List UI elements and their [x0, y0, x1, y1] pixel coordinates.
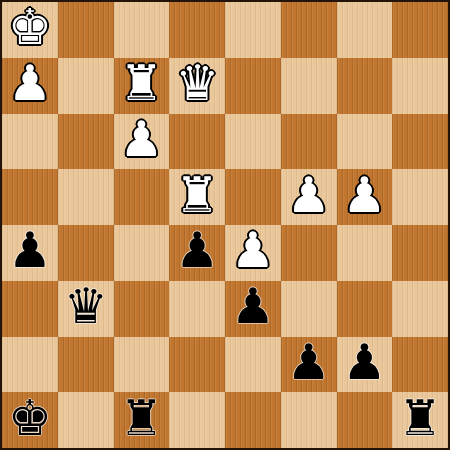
square-h7[interactable]: [392, 58, 448, 114]
square-a1[interactable]: ♚: [2, 392, 58, 448]
square-h6[interactable]: [392, 114, 448, 170]
white-rook-piece[interactable]: ♜: [119, 59, 163, 108]
square-e2[interactable]: [225, 337, 281, 393]
square-e1[interactable]: [225, 392, 281, 448]
square-f3[interactable]: [281, 281, 337, 337]
square-d2[interactable]: [169, 337, 225, 393]
square-a3[interactable]: [2, 281, 58, 337]
square-h5[interactable]: [392, 169, 448, 225]
square-e4[interactable]: ♟: [225, 225, 281, 281]
square-a2[interactable]: [2, 337, 58, 393]
square-e5[interactable]: [225, 169, 281, 225]
black-pawn-piece[interactable]: ♟: [175, 226, 219, 275]
square-c4[interactable]: [114, 225, 170, 281]
square-b4[interactable]: [58, 225, 114, 281]
white-queen-piece[interactable]: ♛: [175, 59, 219, 108]
square-d3[interactable]: [169, 281, 225, 337]
square-c5[interactable]: [114, 169, 170, 225]
square-d6[interactable]: [169, 114, 225, 170]
square-a7[interactable]: ♟: [2, 58, 58, 114]
square-f8[interactable]: [281, 2, 337, 58]
square-g1[interactable]: [337, 392, 393, 448]
square-g6[interactable]: [337, 114, 393, 170]
square-h3[interactable]: [392, 281, 448, 337]
square-c1[interactable]: ♜: [114, 392, 170, 448]
square-e7[interactable]: [225, 58, 281, 114]
square-f2[interactable]: ♟: [281, 337, 337, 393]
square-g3[interactable]: [337, 281, 393, 337]
square-f5[interactable]: ♟: [281, 169, 337, 225]
square-e6[interactable]: [225, 114, 281, 170]
white-pawn-piece[interactable]: ♟: [8, 59, 52, 108]
black-king-piece[interactable]: ♚: [8, 394, 52, 443]
square-a6[interactable]: [2, 114, 58, 170]
square-d5[interactable]: ♜: [169, 169, 225, 225]
square-f7[interactable]: [281, 58, 337, 114]
square-c3[interactable]: [114, 281, 170, 337]
square-h1[interactable]: ♜: [392, 392, 448, 448]
square-f1[interactable]: [281, 392, 337, 448]
square-e3[interactable]: ♟: [225, 281, 281, 337]
square-d7[interactable]: ♛: [169, 58, 225, 114]
square-b1[interactable]: [58, 392, 114, 448]
square-a8[interactable]: ♚: [2, 2, 58, 58]
black-queen-piece[interactable]: ♛: [64, 282, 108, 331]
square-a4[interactable]: ♟: [2, 225, 58, 281]
square-b2[interactable]: [58, 337, 114, 393]
square-h2[interactable]: [392, 337, 448, 393]
square-e8[interactable]: [225, 2, 281, 58]
black-rook-piece[interactable]: ♜: [398, 394, 442, 443]
square-a5[interactable]: [2, 169, 58, 225]
square-g8[interactable]: [337, 2, 393, 58]
white-king-piece[interactable]: ♚: [8, 3, 52, 52]
square-c2[interactable]: [114, 337, 170, 393]
square-d4[interactable]: ♟: [169, 225, 225, 281]
black-pawn-piece[interactable]: ♟: [287, 338, 331, 387]
white-rook-piece[interactable]: ♜: [175, 171, 219, 220]
square-b6[interactable]: [58, 114, 114, 170]
square-d1[interactable]: [169, 392, 225, 448]
black-pawn-piece[interactable]: ♟: [231, 282, 275, 331]
white-pawn-piece[interactable]: ♟: [287, 171, 331, 220]
square-h4[interactable]: [392, 225, 448, 281]
square-d8[interactable]: [169, 2, 225, 58]
white-pawn-piece[interactable]: ♟: [119, 115, 163, 164]
square-c7[interactable]: ♜: [114, 58, 170, 114]
square-g2[interactable]: ♟: [337, 337, 393, 393]
square-f6[interactable]: [281, 114, 337, 170]
square-g7[interactable]: [337, 58, 393, 114]
white-pawn-piece[interactable]: ♟: [231, 226, 275, 275]
square-b7[interactable]: [58, 58, 114, 114]
chess-board: ♚♟♜♛♟♜♟♟♟♟♟♛♟♟♟♚♜♜: [0, 0, 450, 450]
black-pawn-piece[interactable]: ♟: [8, 226, 52, 275]
square-g5[interactable]: ♟: [337, 169, 393, 225]
square-h8[interactable]: [392, 2, 448, 58]
square-b3[interactable]: ♛: [58, 281, 114, 337]
black-pawn-piece[interactable]: ♟: [342, 338, 386, 387]
square-c6[interactable]: ♟: [114, 114, 170, 170]
square-f4[interactable]: [281, 225, 337, 281]
white-pawn-piece[interactable]: ♟: [342, 171, 386, 220]
black-rook-piece[interactable]: ♜: [119, 394, 163, 443]
square-b5[interactable]: [58, 169, 114, 225]
square-b8[interactable]: [58, 2, 114, 58]
square-g4[interactable]: [337, 225, 393, 281]
square-c8[interactable]: [114, 2, 170, 58]
